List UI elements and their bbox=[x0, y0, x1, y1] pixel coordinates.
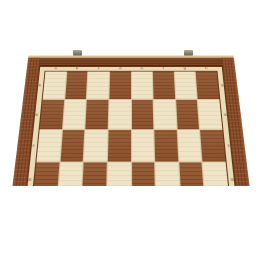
coordinate-label: h bbox=[195, 66, 217, 71]
square-r4-c bbox=[82, 162, 106, 186]
squares-area bbox=[33, 71, 229, 186]
square-r4-a bbox=[33, 162, 59, 186]
square-r3-f bbox=[154, 130, 178, 161]
square-r3-h bbox=[200, 130, 225, 161]
square-r4-b bbox=[58, 162, 83, 186]
square-r2-h bbox=[198, 100, 222, 129]
square-r2-a bbox=[40, 100, 64, 129]
square-r4-f bbox=[155, 162, 179, 186]
square-r2-c bbox=[86, 100, 109, 129]
square-r3-c bbox=[84, 130, 108, 161]
square-r1-e bbox=[131, 72, 152, 99]
square-r1-a bbox=[43, 72, 66, 99]
square-r3-a bbox=[36, 130, 61, 161]
board-frame-top bbox=[27, 58, 235, 66]
square-r1-h bbox=[196, 72, 219, 99]
square-r2-g bbox=[176, 100, 199, 129]
coordinate-label: e bbox=[131, 66, 153, 71]
coordinate-label: c bbox=[88, 66, 110, 71]
square-r1-d bbox=[109, 72, 130, 99]
square-r4-g bbox=[179, 162, 204, 186]
square-r1-b bbox=[65, 72, 88, 99]
coordinate-label: b bbox=[66, 66, 88, 71]
coordinate-label: d bbox=[109, 66, 131, 71]
chess-board: abcdefgh 5678 5678 bbox=[12, 55, 249, 186]
coordinate-label: a bbox=[45, 66, 67, 71]
square-r3-d bbox=[108, 130, 131, 161]
board-surface: abcdefgh 5678 5678 bbox=[12, 55, 249, 186]
coordinate-label: f bbox=[152, 66, 174, 71]
square-r2-f bbox=[154, 100, 177, 129]
square-r2-d bbox=[109, 100, 131, 129]
square-r3-b bbox=[60, 130, 84, 161]
square-r4-e bbox=[132, 162, 156, 186]
square-r1-g bbox=[174, 72, 197, 99]
square-r1-c bbox=[87, 72, 109, 99]
coordinate-label: g bbox=[174, 66, 196, 71]
squares-grid bbox=[33, 72, 229, 186]
square-r1-f bbox=[153, 72, 175, 99]
square-r2-e bbox=[131, 100, 153, 129]
file-labels: abcdefgh bbox=[45, 66, 218, 71]
square-r3-e bbox=[132, 130, 155, 161]
square-r2-b bbox=[63, 100, 86, 129]
product-photo: abcdefgh 5678 5678 bbox=[0, 0, 263, 263]
square-r4-h bbox=[203, 162, 229, 186]
square-r3-g bbox=[177, 130, 201, 161]
square-r4-d bbox=[107, 162, 131, 186]
maple-border-band bbox=[26, 66, 235, 186]
